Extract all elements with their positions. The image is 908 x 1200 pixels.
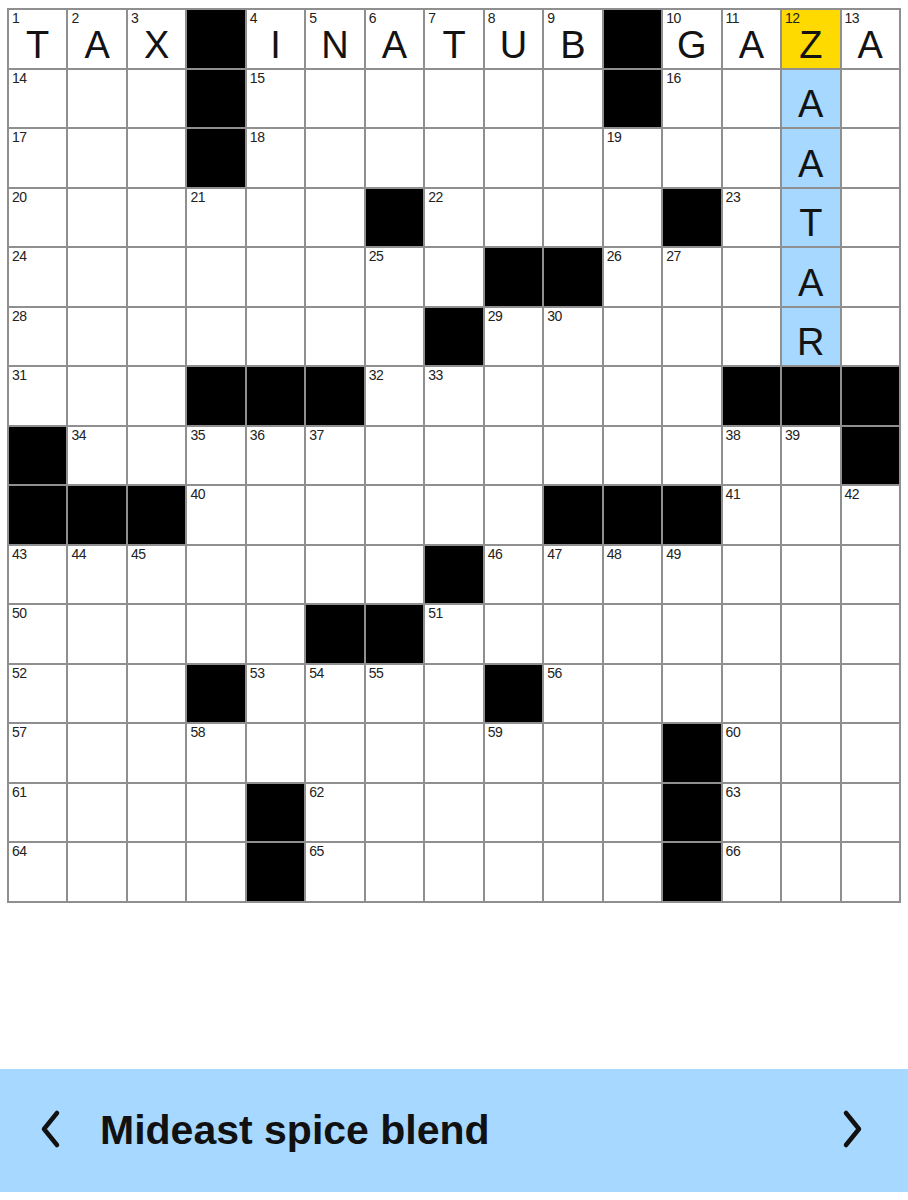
grid-cell[interactable] (604, 189, 661, 247)
grid-cell[interactable]: 51 (425, 605, 482, 663)
grid-cell[interactable] (366, 129, 423, 187)
cell-letter: A (782, 145, 839, 183)
grid-cell[interactable]: T (782, 189, 839, 247)
grid-cell[interactable]: 34 (68, 427, 125, 485)
grid-cell[interactable] (842, 308, 899, 366)
clue-number: 32 (369, 367, 384, 384)
grid-cell[interactable]: 55 (366, 665, 423, 723)
grid-cell[interactable]: 62 (306, 784, 363, 842)
clue-number: 30 (547, 308, 562, 325)
clue-number: 65 (309, 843, 324, 860)
grid-cell[interactable] (425, 784, 482, 842)
grid-cell[interactable] (723, 665, 780, 723)
grid-cell[interactable] (128, 248, 185, 306)
grid-cell[interactable]: R (782, 308, 839, 366)
grid-cell[interactable]: 33 (425, 367, 482, 425)
grid-cell[interactable] (366, 486, 423, 544)
grid-cell[interactable]: 23 (723, 189, 780, 247)
clue-number: 41 (726, 486, 741, 503)
black-square (9, 427, 66, 485)
grid-cell[interactable]: 57 (9, 724, 66, 782)
grid-cell[interactable]: 44 (68, 546, 125, 604)
grid-cell[interactable] (128, 189, 185, 247)
black-square (544, 486, 601, 544)
clue-number: 48 (607, 546, 622, 563)
grid-cell[interactable] (247, 546, 304, 604)
grid-cell[interactable] (485, 70, 542, 128)
grid-cell[interactable]: A (782, 70, 839, 128)
grid-cell[interactable]: 35 (187, 427, 244, 485)
grid-cell[interactable] (68, 843, 125, 901)
clue-number: 24 (12, 248, 27, 265)
clue-number: 35 (190, 427, 205, 444)
grid-cell[interactable] (247, 248, 304, 306)
grid-cell[interactable]: 58 (187, 724, 244, 782)
grid-cell[interactable]: 52 (9, 665, 66, 723)
black-square (544, 248, 601, 306)
grid-cell[interactable] (604, 784, 661, 842)
black-square (485, 248, 542, 306)
grid-cell[interactable]: 66 (723, 843, 780, 901)
grid-cell[interactable] (663, 367, 720, 425)
clue-number: 56 (547, 665, 562, 682)
grid-cell[interactable]: 9B (544, 10, 601, 68)
grid-cell[interactable] (544, 70, 601, 128)
grid-cell[interactable] (723, 70, 780, 128)
clue-number: 6 (369, 10, 376, 27)
cell-letter: G (663, 26, 720, 64)
grid-cell[interactable]: 19 (604, 129, 661, 187)
grid-cell[interactable] (128, 665, 185, 723)
grid-cell[interactable] (187, 546, 244, 604)
black-square (782, 367, 839, 425)
grid-cell[interactable] (842, 546, 899, 604)
grid-cell[interactable]: 7T (425, 10, 482, 68)
grid-cell[interactable] (68, 189, 125, 247)
grid-cell[interactable] (68, 665, 125, 723)
clue-number: 28 (12, 308, 27, 325)
black-square (9, 486, 66, 544)
grid-cell[interactable]: A (782, 129, 839, 187)
grid-cell[interactable] (306, 724, 363, 782)
grid-cell[interactable]: 18 (247, 129, 304, 187)
clue-number: 12 (785, 10, 800, 27)
grid-cell[interactable]: 16 (663, 70, 720, 128)
grid-cell[interactable] (68, 248, 125, 306)
grid-cell[interactable] (68, 129, 125, 187)
black-square (187, 129, 244, 187)
grid-cell[interactable] (425, 427, 482, 485)
grid-cell[interactable]: 64 (9, 843, 66, 901)
clue-number: 27 (666, 248, 681, 265)
grid-cell[interactable]: 24 (9, 248, 66, 306)
grid-cell[interactable] (842, 724, 899, 782)
cell-letter: Z (782, 26, 839, 64)
grid-cell[interactable] (425, 724, 482, 782)
clue-number: 3 (131, 10, 138, 27)
grid-cell[interactable] (604, 605, 661, 663)
grid-cell[interactable]: A (782, 248, 839, 306)
clue-number: 20 (12, 189, 27, 206)
grid-cell[interactable]: 17 (9, 129, 66, 187)
grid-cell[interactable] (128, 843, 185, 901)
grid-cell[interactable]: 14 (9, 70, 66, 128)
grid-cell[interactable] (604, 724, 661, 782)
grid-cell[interactable]: 36 (247, 427, 304, 485)
grid-cell[interactable] (604, 308, 661, 366)
grid-cell[interactable]: 6A (366, 10, 423, 68)
clue-number: 63 (726, 784, 741, 801)
grid-cell[interactable]: 39 (782, 427, 839, 485)
grid-cell[interactable] (68, 784, 125, 842)
grid-cell[interactable]: 11A (723, 10, 780, 68)
grid-cell[interactable] (723, 129, 780, 187)
grid-cell[interactable]: 25 (366, 248, 423, 306)
grid-cell[interactable] (782, 784, 839, 842)
clue-number: 47 (547, 546, 562, 563)
grid-cell[interactable]: 3X (128, 10, 185, 68)
clue-number: 44 (71, 546, 86, 563)
grid-cell[interactable] (485, 427, 542, 485)
grid-cell[interactable] (366, 546, 423, 604)
grid-cell[interactable] (187, 784, 244, 842)
grid-cell[interactable]: 26 (604, 248, 661, 306)
grid-cell[interactable] (306, 546, 363, 604)
grid-cell[interactable] (663, 308, 720, 366)
grid-cell[interactable]: 42 (842, 486, 899, 544)
clue-number: 34 (71, 427, 86, 444)
grid-cell[interactable] (485, 367, 542, 425)
grid-cell[interactable] (128, 129, 185, 187)
grid-cell[interactable] (544, 427, 601, 485)
grid-cell[interactable]: 10G (663, 10, 720, 68)
black-square (663, 724, 720, 782)
next-clue-button[interactable] (821, 1069, 885, 1192)
clue-number: 51 (428, 605, 443, 622)
grid-cell[interactable] (128, 308, 185, 366)
clue-number: 17 (12, 129, 27, 146)
grid-cell[interactable]: 46 (485, 546, 542, 604)
clue-number: 39 (785, 427, 800, 444)
grid-cell[interactable] (68, 367, 125, 425)
grid-cell[interactable]: 38 (723, 427, 780, 485)
black-square (187, 70, 244, 128)
grid-cell[interactable]: 28 (9, 308, 66, 366)
grid-cell[interactable] (604, 427, 661, 485)
cell-letter: B (544, 26, 601, 64)
grid-cell[interactable] (663, 605, 720, 663)
clue-number: 60 (726, 724, 741, 741)
grid-cell[interactable]: 45 (128, 546, 185, 604)
grid-cell[interactable]: 54 (306, 665, 363, 723)
cell-letter: X (128, 26, 185, 64)
black-square (247, 843, 304, 901)
grid-cell[interactable] (247, 189, 304, 247)
clue-number: 61 (12, 784, 27, 801)
black-square (187, 367, 244, 425)
black-square (187, 10, 244, 68)
clue-number: 55 (369, 665, 384, 682)
grid-cell[interactable] (306, 189, 363, 247)
grid-cell[interactable] (366, 784, 423, 842)
grid-cell[interactable] (366, 308, 423, 366)
grid-cell[interactable] (247, 605, 304, 663)
grid-cell[interactable] (842, 843, 899, 901)
grid-cell[interactable] (842, 248, 899, 306)
grid-cell[interactable]: 30 (544, 308, 601, 366)
clue-number: 33 (428, 367, 443, 384)
black-square (604, 10, 661, 68)
current-clue-text[interactable]: Mideast spice blend (100, 1107, 821, 1154)
clue-number: 14 (12, 70, 27, 87)
clue-number: 58 (190, 724, 205, 741)
grid-cell[interactable] (128, 70, 185, 128)
grid-cell[interactable]: 53 (247, 665, 304, 723)
grid-cell[interactable]: 61 (9, 784, 66, 842)
grid-cell[interactable]: 31 (9, 367, 66, 425)
grid-cell[interactable] (723, 248, 780, 306)
clue-number: 13 (845, 10, 860, 27)
cell-letter: A (68, 26, 125, 64)
clue-number: 15 (250, 70, 265, 87)
grid-cell[interactable] (723, 546, 780, 604)
grid-cell[interactable] (842, 189, 899, 247)
grid-cell[interactable]: 41 (723, 486, 780, 544)
grid-cell[interactable]: 8U (485, 10, 542, 68)
grid-cell[interactable] (723, 605, 780, 663)
grid-cell[interactable] (68, 724, 125, 782)
grid-cell[interactable]: 20 (9, 189, 66, 247)
grid-cell[interactable] (68, 308, 125, 366)
cell-letter: A (782, 264, 839, 302)
grid-cell[interactable] (366, 427, 423, 485)
grid-cell[interactable] (247, 724, 304, 782)
grid-cell[interactable] (544, 129, 601, 187)
cell-letter: T (782, 204, 839, 242)
grid-cell[interactable] (187, 248, 244, 306)
black-square (68, 486, 125, 544)
grid-cell[interactable] (782, 486, 839, 544)
cell-letter: U (485, 26, 542, 64)
chevron-left-icon (38, 1109, 62, 1152)
grid-cell[interactable] (544, 189, 601, 247)
clue-number: 4 (250, 10, 257, 27)
grid-cell[interactable] (663, 665, 720, 723)
grid-cell[interactable] (306, 129, 363, 187)
grid-cell[interactable] (544, 605, 601, 663)
grid-cell[interactable] (68, 605, 125, 663)
clue-number: 7 (428, 10, 435, 27)
grid-cell[interactable]: 5N (306, 10, 363, 68)
chevron-right-icon (841, 1109, 865, 1152)
black-square (842, 427, 899, 485)
black-square (247, 784, 304, 842)
black-square (663, 843, 720, 901)
grid-cell[interactable] (842, 129, 899, 187)
grid-cell[interactable] (544, 784, 601, 842)
grid-cell[interactable] (723, 308, 780, 366)
black-square (485, 665, 542, 723)
grid-cell[interactable] (782, 546, 839, 604)
grid-cell[interactable] (425, 486, 482, 544)
grid-cell[interactable]: 1T (9, 10, 66, 68)
grid-cell[interactable]: 60 (723, 724, 780, 782)
clue-number: 46 (488, 546, 503, 563)
black-square (366, 189, 423, 247)
clue-number: 53 (250, 665, 265, 682)
grid-cell[interactable] (306, 308, 363, 366)
grid-cell[interactable] (425, 70, 482, 128)
grid-cell[interactable] (485, 784, 542, 842)
grid-cell[interactable]: 4I (247, 10, 304, 68)
grid-cell[interactable] (187, 308, 244, 366)
clue-number: 57 (12, 724, 27, 741)
black-square (187, 665, 244, 723)
grid-cell[interactable] (485, 605, 542, 663)
clue-number: 26 (607, 248, 622, 265)
grid-cell[interactable] (842, 70, 899, 128)
grid-cell[interactable] (485, 129, 542, 187)
cell-letter: A (782, 85, 839, 123)
grid-cell[interactable] (842, 665, 899, 723)
grid-cell[interactable] (128, 427, 185, 485)
clue-number: 5 (309, 10, 316, 27)
grid-cell[interactable]: 2A (68, 10, 125, 68)
clue-number: 16 (666, 70, 681, 87)
black-square (604, 70, 661, 128)
grid-cell[interactable] (425, 129, 482, 187)
grid-cell[interactable] (306, 70, 363, 128)
grid-cell[interactable]: 48 (604, 546, 661, 604)
black-square (723, 367, 780, 425)
black-square (842, 367, 899, 425)
grid-cell[interactable] (485, 189, 542, 247)
grid-cell[interactable]: 13A (842, 10, 899, 68)
grid-cell[interactable] (604, 665, 661, 723)
grid-cell[interactable] (128, 367, 185, 425)
clue-number: 38 (726, 427, 741, 444)
clue-number: 62 (309, 784, 324, 801)
grid-cell[interactable] (663, 129, 720, 187)
clue-number: 42 (845, 486, 860, 503)
grid-cell[interactable]: 65 (306, 843, 363, 901)
grid-cell[interactable] (68, 70, 125, 128)
grid-cell[interactable] (366, 70, 423, 128)
black-square (425, 546, 482, 604)
grid-cell[interactable] (782, 724, 839, 782)
clue-number: 18 (250, 129, 265, 146)
grid-cell[interactable]: 43 (9, 546, 66, 604)
cell-letter: A (723, 26, 780, 64)
grid-cell[interactable] (306, 486, 363, 544)
clue-number: 40 (190, 486, 205, 503)
grid-cell[interactable] (128, 784, 185, 842)
grid-cell[interactable] (187, 605, 244, 663)
grid-cell[interactable]: 63 (723, 784, 780, 842)
grid-cell[interactable]: 47 (544, 546, 601, 604)
grid-cell[interactable]: 32 (366, 367, 423, 425)
grid-cell[interactable]: 29 (485, 308, 542, 366)
grid-cell[interactable]: 12Z (782, 10, 839, 68)
grid-cell[interactable] (128, 724, 185, 782)
grid-cell[interactable] (544, 724, 601, 782)
grid-cell[interactable]: 50 (9, 605, 66, 663)
black-square (366, 605, 423, 663)
previous-clue-button[interactable] (18, 1069, 82, 1192)
grid-cell[interactable] (782, 843, 839, 901)
grid-cell[interactable]: 49 (663, 546, 720, 604)
cell-letter: A (842, 26, 899, 64)
clue-number: 23 (726, 189, 741, 206)
cell-letter: T (9, 26, 66, 64)
grid-cell[interactable]: 56 (544, 665, 601, 723)
grid-cell[interactable] (842, 784, 899, 842)
clue-number: 45 (131, 546, 146, 563)
grid-cell[interactable] (366, 843, 423, 901)
black-square (604, 486, 661, 544)
black-square (128, 486, 185, 544)
clue-number: 66 (726, 843, 741, 860)
clue-number: 52 (12, 665, 27, 682)
grid-cell[interactable] (604, 367, 661, 425)
grid-cell[interactable] (128, 605, 185, 663)
grid-cell[interactable] (842, 605, 899, 663)
clue-number: 2 (71, 10, 78, 27)
black-square (663, 486, 720, 544)
grid-cell[interactable]: 21 (187, 189, 244, 247)
grid-cell[interactable] (247, 308, 304, 366)
clue-number: 29 (488, 308, 503, 325)
grid-cell[interactable] (425, 665, 482, 723)
grid-cell[interactable] (782, 665, 839, 723)
clue-number: 8 (488, 10, 495, 27)
cell-letter: N (306, 26, 363, 64)
grid-cell[interactable] (604, 843, 661, 901)
clue-bar: Mideast spice blend (0, 1069, 908, 1192)
clue-number: 49 (666, 546, 681, 563)
grid-cell[interactable]: 15 (247, 70, 304, 128)
clue-number: 43 (12, 546, 27, 563)
grid-cell[interactable] (544, 367, 601, 425)
black-square (663, 189, 720, 247)
grid-cell[interactable] (306, 248, 363, 306)
grid-cell[interactable] (247, 486, 304, 544)
grid-cell[interactable] (425, 248, 482, 306)
clue-number: 19 (607, 129, 622, 146)
grid-cell[interactable] (663, 427, 720, 485)
grid-cell[interactable]: 59 (485, 724, 542, 782)
grid-cell[interactable] (485, 843, 542, 901)
grid-cell[interactable]: 37 (306, 427, 363, 485)
grid-cell[interactable] (187, 843, 244, 901)
grid-cell[interactable]: 40 (187, 486, 244, 544)
cell-letter: A (366, 26, 423, 64)
grid-cell[interactable] (782, 605, 839, 663)
clue-number: 21 (190, 189, 205, 206)
clue-number: 37 (309, 427, 324, 444)
grid-cell[interactable] (485, 486, 542, 544)
black-square (247, 367, 304, 425)
grid-cell[interactable] (425, 843, 482, 901)
clue-number: 22 (428, 189, 443, 206)
clue-number: 59 (488, 724, 503, 741)
cell-letter: I (247, 26, 304, 64)
grid-cell[interactable] (366, 724, 423, 782)
grid-cell[interactable]: 22 (425, 189, 482, 247)
grid-cell[interactable]: 27 (663, 248, 720, 306)
black-square (663, 784, 720, 842)
grid-cell[interactable] (544, 843, 601, 901)
